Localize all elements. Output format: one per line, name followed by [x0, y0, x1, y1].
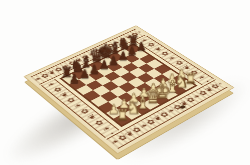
white-rook-glyph: ♜ — [116, 107, 130, 122]
chess-board[interactable]: ❧✿❦✿❧✿❦✿❧✿❦✿❧✿❦✿❧✿❦✿❧✿❦✿❧✿❦✿❧✿❦✿❧✿❦✿❧✿❦✿… — [23, 25, 234, 154]
photo-stage: ❧✿❦✿❧✿❦✿❧✿❦✿❧✿❦✿❧✿❦✿❧✿❦✿❧✿❦✿❧✿❦✿❧✿❦✿❧✿❦✿… — [0, 0, 250, 165]
square-b5[interactable] — [93, 86, 110, 96]
black-pawn-glyph: ♟ — [69, 73, 80, 85]
square-c5[interactable] — [102, 81, 119, 91]
square-a6[interactable] — [76, 85, 93, 95]
clasp-latch — [179, 105, 186, 109]
square-a5[interactable] — [83, 90, 100, 100]
square-b4[interactable] — [100, 91, 117, 102]
board-face: ❧✿❦✿❧✿❦✿❧✿❦✿❧✿❦✿❧✿❦✿❧✿❦✿❧✿❦✿❧✿❦✿❧✿❦✿❧✿❦✿… — [23, 25, 234, 154]
square-a4[interactable] — [91, 96, 108, 107]
